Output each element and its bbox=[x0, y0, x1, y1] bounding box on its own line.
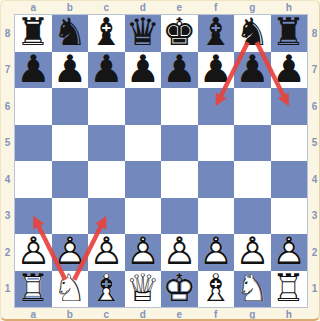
square-f5[interactable] bbox=[198, 125, 235, 162]
file-label-bottom-d: d bbox=[125, 308, 162, 321]
rank-label-left-8: 8 bbox=[1, 15, 14, 52]
file-label-bottom-f: f bbox=[198, 308, 235, 321]
piece-white-rook[interactable]: ♜♖ bbox=[15, 271, 52, 308]
rank-label-left-3: 3 bbox=[1, 198, 14, 235]
piece-white-king[interactable]: ♚♔ bbox=[161, 271, 198, 308]
piece-glyph: ♟ bbox=[125, 51, 162, 88]
piece-glyph-outline: ♔ bbox=[161, 270, 198, 307]
piece-glyph: ♟ bbox=[88, 51, 125, 88]
rank-label-right-7: 7 bbox=[308, 52, 320, 89]
square-g4[interactable] bbox=[234, 161, 271, 198]
square-c4[interactable] bbox=[88, 161, 125, 198]
piece-glyph: ♝ bbox=[198, 14, 235, 51]
square-b4[interactable] bbox=[52, 161, 89, 198]
piece-black-pawn[interactable]: ♟ bbox=[125, 52, 162, 89]
file-label-bottom-g: g bbox=[234, 308, 271, 321]
square-f4[interactable] bbox=[198, 161, 235, 198]
file-labels-bottom: abcdefgh bbox=[15, 308, 307, 321]
piece-black-pawn[interactable]: ♟ bbox=[161, 52, 198, 89]
piece-glyph-outline: ♙ bbox=[271, 233, 308, 270]
piece-glyph: ♟ bbox=[52, 51, 89, 88]
square-e4[interactable] bbox=[161, 161, 198, 198]
square-f7[interactable]: ♟ bbox=[198, 52, 235, 89]
square-g7[interactable]: ♟ bbox=[234, 52, 271, 89]
square-b7[interactable]: ♟ bbox=[52, 52, 89, 89]
piece-white-knight[interactable]: ♞♘ bbox=[52, 271, 89, 308]
square-f1[interactable]: ♝♗ bbox=[198, 271, 235, 308]
piece-glyph: ♚ bbox=[161, 14, 198, 51]
rank-labels-right: 87654321 bbox=[308, 15, 320, 307]
rank-label-right-2: 2 bbox=[308, 234, 320, 271]
square-f6[interactable] bbox=[198, 88, 235, 125]
rank-label-left-1: 1 bbox=[1, 271, 14, 308]
piece-white-rook[interactable]: ♜♖ bbox=[271, 271, 308, 308]
square-a7[interactable]: ♟ bbox=[15, 52, 52, 89]
rank-label-right-5: 5 bbox=[308, 125, 320, 162]
square-d7[interactable]: ♟ bbox=[125, 52, 162, 89]
piece-glyph-outline: ♘ bbox=[234, 270, 271, 307]
chess-board-card: abcdefgh 87654321 87654321 abcdefgh ♜♞♝♛… bbox=[0, 0, 320, 321]
piece-glyph: ♞ bbox=[234, 14, 271, 51]
rank-label-right-8: 8 bbox=[308, 15, 320, 52]
rank-label-left-5: 5 bbox=[1, 125, 14, 162]
square-b1[interactable]: ♞♘ bbox=[52, 271, 89, 308]
piece-glyph-outline: ♙ bbox=[15, 233, 52, 270]
square-h5[interactable] bbox=[271, 125, 308, 162]
piece-glyph: ♟ bbox=[271, 51, 308, 88]
piece-glyph: ♝ bbox=[88, 14, 125, 51]
piece-glyph: ♞ bbox=[52, 14, 89, 51]
square-d1[interactable]: ♛♕ bbox=[125, 271, 162, 308]
piece-glyph-outline: ♘ bbox=[52, 270, 89, 307]
piece-black-pawn[interactable]: ♟ bbox=[88, 52, 125, 89]
square-h6[interactable] bbox=[271, 88, 308, 125]
piece-black-pawn[interactable]: ♟ bbox=[52, 52, 89, 89]
square-e6[interactable] bbox=[161, 88, 198, 125]
square-e7[interactable]: ♟ bbox=[161, 52, 198, 89]
square-d6[interactable] bbox=[125, 88, 162, 125]
piece-glyph: ♜ bbox=[271, 14, 308, 51]
piece-white-bishop[interactable]: ♝♗ bbox=[198, 271, 235, 308]
piece-white-knight[interactable]: ♞♘ bbox=[234, 271, 271, 308]
square-b6[interactable] bbox=[52, 88, 89, 125]
square-d4[interactable] bbox=[125, 161, 162, 198]
piece-glyph: ♟ bbox=[161, 51, 198, 88]
piece-white-queen[interactable]: ♛♕ bbox=[125, 271, 162, 308]
piece-black-pawn[interactable]: ♟ bbox=[234, 52, 271, 89]
square-a5[interactable] bbox=[15, 125, 52, 162]
square-a6[interactable] bbox=[15, 88, 52, 125]
file-label-bottom-h: h bbox=[271, 308, 308, 321]
piece-glyph-outline: ♗ bbox=[198, 270, 235, 307]
square-h1[interactable]: ♜♖ bbox=[271, 271, 308, 308]
chess-board: ♜♞♝♛♚♝♞♜♟♟♟♟♟♟♟♟♟♙♟♙♟♙♟♙♟♙♟♙♟♙♟♙♜♖♞♘♝♗♛♕… bbox=[14, 14, 308, 308]
rank-label-left-6: 6 bbox=[1, 88, 14, 125]
square-c6[interactable] bbox=[88, 88, 125, 125]
square-g5[interactable] bbox=[234, 125, 271, 162]
piece-glyph-outline: ♙ bbox=[198, 233, 235, 270]
square-g1[interactable]: ♞♘ bbox=[234, 271, 271, 308]
rank-label-left-4: 4 bbox=[1, 161, 14, 198]
square-c7[interactable]: ♟ bbox=[88, 52, 125, 89]
file-label-bottom-b: b bbox=[52, 308, 89, 321]
square-a1[interactable]: ♜♖ bbox=[15, 271, 52, 308]
file-label-bottom-a: a bbox=[15, 308, 52, 321]
piece-glyph: ♜ bbox=[15, 14, 52, 51]
rank-label-left-2: 2 bbox=[1, 234, 14, 271]
file-label-bottom-c: c bbox=[88, 308, 125, 321]
piece-glyph-outline: ♙ bbox=[88, 233, 125, 270]
piece-glyph: ♛ bbox=[125, 14, 162, 51]
square-c1[interactable]: ♝♗ bbox=[88, 271, 125, 308]
square-h7[interactable]: ♟ bbox=[271, 52, 308, 89]
rank-label-right-6: 6 bbox=[308, 88, 320, 125]
square-d5[interactable] bbox=[125, 125, 162, 162]
square-g6[interactable] bbox=[234, 88, 271, 125]
piece-glyph-outline: ♖ bbox=[271, 270, 308, 307]
piece-glyph: ♟ bbox=[15, 51, 52, 88]
piece-black-pawn[interactable]: ♟ bbox=[15, 52, 52, 89]
square-b5[interactable] bbox=[52, 125, 89, 162]
rank-label-right-3: 3 bbox=[308, 198, 320, 235]
piece-glyph-outline: ♗ bbox=[88, 270, 125, 307]
piece-glyph-outline: ♙ bbox=[125, 233, 162, 270]
rank-label-right-4: 4 bbox=[308, 161, 320, 198]
piece-glyph-outline: ♙ bbox=[161, 233, 198, 270]
rank-label-right-1: 1 bbox=[308, 271, 320, 308]
square-h4[interactable] bbox=[271, 161, 308, 198]
piece-glyph-outline: ♙ bbox=[234, 233, 271, 270]
square-e5[interactable] bbox=[161, 125, 198, 162]
square-a4[interactable] bbox=[15, 161, 52, 198]
rank-labels-left: 87654321 bbox=[1, 15, 14, 307]
rank-label-left-7: 7 bbox=[1, 52, 14, 89]
square-e1[interactable]: ♚♔ bbox=[161, 271, 198, 308]
piece-glyph-outline: ♕ bbox=[125, 270, 162, 307]
piece-glyph: ♟ bbox=[234, 51, 271, 88]
piece-glyph: ♟ bbox=[198, 51, 235, 88]
piece-glyph-outline: ♙ bbox=[52, 233, 89, 270]
piece-black-pawn[interactable]: ♟ bbox=[198, 52, 235, 89]
piece-black-pawn[interactable]: ♟ bbox=[271, 52, 308, 89]
square-c5[interactable] bbox=[88, 125, 125, 162]
piece-glyph-outline: ♖ bbox=[15, 270, 52, 307]
file-label-bottom-e: e bbox=[161, 308, 198, 321]
piece-white-bishop[interactable]: ♝♗ bbox=[88, 271, 125, 308]
